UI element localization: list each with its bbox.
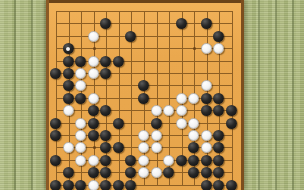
white-stone[interactable] (88, 155, 99, 166)
black-stone[interactable] (213, 167, 224, 178)
white-stone[interactable] (151, 167, 162, 178)
grid-line-horizontal (56, 36, 232, 37)
black-stone[interactable] (100, 180, 111, 190)
black-stone[interactable] (100, 18, 111, 29)
black-stone[interactable] (100, 56, 111, 67)
black-stone[interactable] (63, 43, 74, 54)
black-stone[interactable] (188, 167, 199, 178)
white-stone[interactable] (163, 105, 174, 116)
white-stone[interactable] (151, 130, 162, 141)
white-stone[interactable] (188, 93, 199, 104)
white-stone[interactable] (138, 130, 149, 141)
black-stone[interactable] (201, 155, 212, 166)
white-stone[interactable] (201, 80, 212, 91)
black-stone[interactable] (113, 180, 124, 190)
black-stone[interactable] (138, 80, 149, 91)
black-stone[interactable] (201, 18, 212, 29)
tatami-seam (292, 0, 294, 190)
white-stone[interactable] (63, 105, 74, 116)
white-stone[interactable] (176, 93, 187, 104)
white-stone[interactable] (151, 105, 162, 116)
black-stone[interactable] (176, 155, 187, 166)
white-stone[interactable] (138, 155, 149, 166)
black-stone[interactable] (201, 105, 212, 116)
white-stone[interactable] (163, 155, 174, 166)
grid-line-horizontal (56, 11, 232, 12)
white-stone[interactable] (88, 31, 99, 42)
tatami-seam (275, 0, 277, 190)
tatami-seam (31, 0, 33, 190)
white-stone[interactable] (88, 93, 99, 104)
white-stone[interactable] (88, 68, 99, 79)
black-stone[interactable] (100, 105, 111, 116)
board-top-edge (46, 0, 244, 3)
white-stone[interactable] (138, 142, 149, 153)
white-stone[interactable] (75, 130, 86, 141)
black-stone[interactable] (63, 56, 74, 67)
black-stone[interactable] (50, 130, 61, 141)
hoshi-point (93, 47, 96, 50)
black-stone[interactable] (151, 118, 162, 129)
tatami-seam (258, 0, 260, 190)
black-stone[interactable] (50, 118, 61, 129)
last-move-marker (66, 47, 70, 51)
white-stone[interactable] (188, 130, 199, 141)
black-stone[interactable] (125, 167, 136, 178)
black-stone[interactable] (125, 155, 136, 166)
white-stone[interactable] (201, 142, 212, 153)
black-stone[interactable] (100, 142, 111, 153)
black-stone[interactable] (213, 155, 224, 166)
black-stone[interactable] (113, 142, 124, 153)
black-stone[interactable] (226, 105, 237, 116)
black-stone[interactable] (113, 118, 124, 129)
black-stone[interactable] (213, 105, 224, 116)
black-stone[interactable] (100, 130, 111, 141)
black-stone[interactable] (213, 180, 224, 190)
black-stone[interactable] (100, 155, 111, 166)
white-stone[interactable] (176, 105, 187, 116)
black-stone[interactable] (226, 180, 237, 190)
black-stone[interactable] (63, 167, 74, 178)
white-stone[interactable] (75, 142, 86, 153)
black-stone[interactable] (201, 167, 212, 178)
black-stone[interactable] (226, 118, 237, 129)
white-stone[interactable] (75, 68, 86, 79)
black-stone[interactable] (63, 80, 74, 91)
black-stone[interactable] (201, 180, 212, 190)
black-stone[interactable] (88, 118, 99, 129)
go-app-screenshot: { "game": "go", "board": { "grid_columns… (0, 0, 304, 190)
black-stone[interactable] (201, 93, 212, 104)
black-stone[interactable] (125, 31, 136, 42)
white-stone[interactable] (75, 155, 86, 166)
board-left-edge (46, 0, 49, 190)
white-stone[interactable] (176, 118, 187, 129)
white-stone[interactable] (88, 180, 99, 190)
black-stone[interactable] (50, 155, 61, 166)
black-stone[interactable] (213, 31, 224, 42)
black-stone[interactable] (63, 180, 74, 190)
black-stone[interactable] (50, 180, 61, 190)
black-stone[interactable] (63, 68, 74, 79)
black-stone[interactable] (176, 18, 187, 29)
go-board[interactable] (46, 0, 244, 190)
hoshi-point (93, 146, 96, 149)
black-stone[interactable] (188, 142, 199, 153)
black-stone[interactable] (88, 130, 99, 141)
black-stone[interactable] (75, 56, 86, 67)
black-stone[interactable] (100, 68, 111, 79)
black-stone[interactable] (163, 167, 174, 178)
black-stone[interactable] (113, 56, 124, 67)
tatami-seam (14, 0, 16, 190)
white-stone[interactable] (201, 130, 212, 141)
black-stone[interactable] (75, 93, 86, 104)
black-stone[interactable] (213, 130, 224, 141)
black-stone[interactable] (88, 105, 99, 116)
grid-line-vertical (232, 11, 233, 185)
board-right-edge (241, 0, 244, 190)
black-stone[interactable] (63, 93, 74, 104)
black-stone[interactable] (138, 93, 149, 104)
black-stone[interactable] (50, 68, 61, 79)
black-stone[interactable] (75, 180, 86, 190)
white-stone[interactable] (201, 43, 212, 54)
white-stone[interactable] (88, 56, 99, 67)
black-stone[interactable] (125, 180, 136, 190)
black-stone[interactable] (100, 167, 111, 178)
white-stone[interactable] (213, 43, 224, 54)
black-stone[interactable] (88, 167, 99, 178)
white-stone[interactable] (151, 142, 162, 153)
white-stone[interactable] (75, 80, 86, 91)
black-stone[interactable] (213, 93, 224, 104)
white-stone[interactable] (188, 118, 199, 129)
white-stone[interactable] (63, 142, 74, 153)
white-stone[interactable] (75, 118, 86, 129)
hoshi-point (193, 47, 196, 50)
black-stone[interactable] (188, 155, 199, 166)
white-stone[interactable] (138, 167, 149, 178)
black-stone[interactable] (213, 142, 224, 153)
